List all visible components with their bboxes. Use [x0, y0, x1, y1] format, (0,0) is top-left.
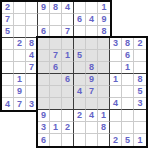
- cell-b-r5c0[interactable]: [38, 98, 50, 110]
- cell-a-r8c1[interactable]: 7: [14, 98, 26, 110]
- cell-b-r5c7[interactable]: [122, 98, 134, 110]
- cell-a-r3c0[interactable]: [2, 38, 14, 50]
- cell-b-r8c5[interactable]: [98, 134, 110, 146]
- cell-b-r4c3[interactable]: 4: [74, 86, 86, 98]
- cell-a-r0c4[interactable]: 8: [50, 2, 62, 14]
- cell-a-r0c5[interactable]: 4: [62, 2, 74, 14]
- cell-b-r0c8[interactable]: 2: [134, 38, 146, 50]
- cell-a-r2c0[interactable]: 5: [2, 26, 14, 38]
- cell-b-r7c4[interactable]: [86, 122, 98, 134]
- cell-b-r5c8[interactable]: 3: [134, 98, 146, 110]
- cell-a-r1c1[interactable]: [14, 14, 26, 26]
- cell-a-r1c5[interactable]: [62, 14, 74, 26]
- cell-b-r8c8[interactable]: 1: [134, 134, 146, 146]
- cell-b-r2c2[interactable]: [62, 62, 74, 74]
- cell-b-r5c2[interactable]: [62, 98, 74, 110]
- cell-b-r0c6[interactable]: 3: [110, 38, 122, 50]
- cell-b-r3c5[interactable]: [98, 74, 110, 86]
- sudoku-grid-bottom-right: 3827156681691847543924131286251: [36, 36, 148, 148]
- cell-b-r7c1[interactable]: 1: [50, 122, 62, 134]
- cell-b-r6c7[interactable]: [122, 110, 134, 122]
- cell-b-r2c3[interactable]: [74, 62, 86, 74]
- cell-b-r5c3[interactable]: [74, 98, 86, 110]
- cell-a-r0c7[interactable]: [86, 2, 98, 14]
- cell-b-r7c7[interactable]: [122, 122, 134, 134]
- cell-b-r3c2[interactable]: 6: [62, 74, 74, 86]
- cell-a-r2c1[interactable]: [14, 26, 26, 38]
- cell-b-r2c1[interactable]: 6: [50, 62, 62, 74]
- cell-a-r1c8[interactable]: 9: [98, 14, 110, 26]
- cell-b-r5c6[interactable]: 4: [110, 98, 122, 110]
- cell-a-r5c0[interactable]: [2, 62, 14, 74]
- cell-b-r4c8[interactable]: 5: [134, 86, 146, 98]
- cell-b-r4c0[interactable]: [38, 86, 50, 98]
- cell-b-r8c1[interactable]: [50, 134, 62, 146]
- cell-a-r7c1[interactable]: 9: [14, 86, 26, 98]
- cell-b-r0c2[interactable]: [62, 38, 74, 50]
- cell-b-r5c4[interactable]: [86, 98, 98, 110]
- cell-b-r1c7[interactable]: 6: [122, 50, 134, 62]
- cell-b-r1c2[interactable]: 1: [62, 50, 74, 62]
- cell-b-r3c7[interactable]: [122, 74, 134, 86]
- cell-a-r0c6[interactable]: [74, 2, 86, 14]
- cell-b-r1c5[interactable]: [98, 50, 110, 62]
- cell-a-r4c1[interactable]: [14, 50, 26, 62]
- cell-b-r5c1[interactable]: [50, 98, 62, 110]
- cell-b-r7c2[interactable]: 2: [62, 122, 74, 134]
- cell-b-r8c0[interactable]: 6: [38, 134, 50, 146]
- cell-b-r6c6[interactable]: [110, 110, 122, 122]
- cell-b-r3c4[interactable]: 9: [86, 74, 98, 86]
- cell-b-r6c0[interactable]: 9: [38, 110, 50, 122]
- cell-b-r2c8[interactable]: [134, 62, 146, 74]
- cell-b-r8c4[interactable]: [86, 134, 98, 146]
- cell-a-r5c1[interactable]: [14, 62, 26, 74]
- cell-a-r1c3[interactable]: [38, 14, 50, 26]
- cell-a-r1c6[interactable]: 6: [74, 14, 86, 26]
- cell-a-r0c0[interactable]: 2: [2, 2, 14, 14]
- cell-b-r6c8[interactable]: [134, 110, 146, 122]
- cell-b-r3c8[interactable]: 8: [134, 74, 146, 86]
- cell-a-r1c0[interactable]: 7: [2, 14, 14, 26]
- cell-a-r0c2[interactable]: [26, 2, 38, 14]
- cell-b-r6c5[interactable]: 1: [98, 110, 110, 122]
- cell-b-r7c8[interactable]: [134, 122, 146, 134]
- cell-b-r1c4[interactable]: [86, 50, 98, 62]
- cell-a-r0c3[interactable]: 9: [38, 2, 50, 14]
- cell-a-r6c1[interactable]: 1: [14, 74, 26, 86]
- cell-b-r8c7[interactable]: 5: [122, 134, 134, 146]
- cell-a-r0c1[interactable]: [14, 2, 26, 14]
- cell-b-r8c2[interactable]: [62, 134, 74, 146]
- cell-b-r3c1[interactable]: [50, 74, 62, 86]
- cell-b-r6c4[interactable]: 4: [86, 110, 98, 122]
- cell-b-r2c0[interactable]: [38, 62, 50, 74]
- cell-a-r4c0[interactable]: [2, 50, 14, 62]
- cell-b-r6c2[interactable]: [62, 110, 74, 122]
- cell-b-r3c0[interactable]: [38, 74, 50, 86]
- cell-b-r0c0[interactable]: [38, 38, 50, 50]
- cell-b-r1c0[interactable]: [38, 50, 50, 62]
- cell-b-r2c4[interactable]: 8: [86, 62, 98, 74]
- cell-b-r7c6[interactable]: [110, 122, 122, 134]
- cell-b-r0c3[interactable]: [74, 38, 86, 50]
- cell-b-r0c5[interactable]: [98, 38, 110, 50]
- cell-b-r4c4[interactable]: 7: [86, 86, 98, 98]
- cell-b-r3c6[interactable]: 1: [110, 74, 122, 86]
- cell-b-r4c7[interactable]: [122, 86, 134, 98]
- cell-b-r2c5[interactable]: [98, 62, 110, 74]
- cell-a-r1c7[interactable]: 4: [86, 14, 98, 26]
- cell-b-r0c7[interactable]: 8: [122, 38, 134, 50]
- cell-b-r0c1[interactable]: [50, 38, 62, 50]
- cell-b-r0c4[interactable]: [86, 38, 98, 50]
- cell-b-r1c1[interactable]: 7: [50, 50, 62, 62]
- cell-b-r3c3[interactable]: [74, 74, 86, 86]
- cell-b-r1c8[interactable]: [134, 50, 146, 62]
- cell-b-r2c7[interactable]: 1: [122, 62, 134, 74]
- cell-a-r0c8[interactable]: 1: [98, 2, 110, 14]
- cell-b-r5c5[interactable]: [98, 98, 110, 110]
- cell-b-r4c6[interactable]: [110, 86, 122, 98]
- cell-a-r1c4[interactable]: [50, 14, 62, 26]
- cell-a-r3c1[interactable]: 2: [14, 38, 26, 50]
- cell-a-r7c0[interactable]: [2, 86, 14, 98]
- cell-b-r8c3[interactable]: [74, 134, 86, 146]
- cell-b-r6c1[interactable]: [50, 110, 62, 122]
- cell-a-r8c0[interactable]: 4: [2, 98, 14, 110]
- cell-a-r6c0[interactable]: [2, 74, 14, 86]
- cell-b-r7c5[interactable]: 8: [98, 122, 110, 134]
- cell-b-r6c3[interactable]: 2: [74, 110, 86, 122]
- cell-a-r1c2[interactable]: [26, 14, 38, 26]
- cell-b-r8c6[interactable]: 2: [110, 134, 122, 146]
- cell-b-r2c6[interactable]: [110, 62, 122, 74]
- cell-b-r4c2[interactable]: [62, 86, 74, 98]
- cell-b-r7c3[interactable]: [74, 122, 86, 134]
- cell-b-r1c3[interactable]: 5: [74, 50, 86, 62]
- cell-b-r4c1[interactable]: [50, 86, 62, 98]
- twin-sudoku-board: 2984176495678284715768169947473 38271566…: [0, 0, 150, 150]
- cell-b-r4c5[interactable]: [98, 86, 110, 98]
- cell-b-r1c6[interactable]: [110, 50, 122, 62]
- cell-b-r7c0[interactable]: 3: [38, 122, 50, 134]
